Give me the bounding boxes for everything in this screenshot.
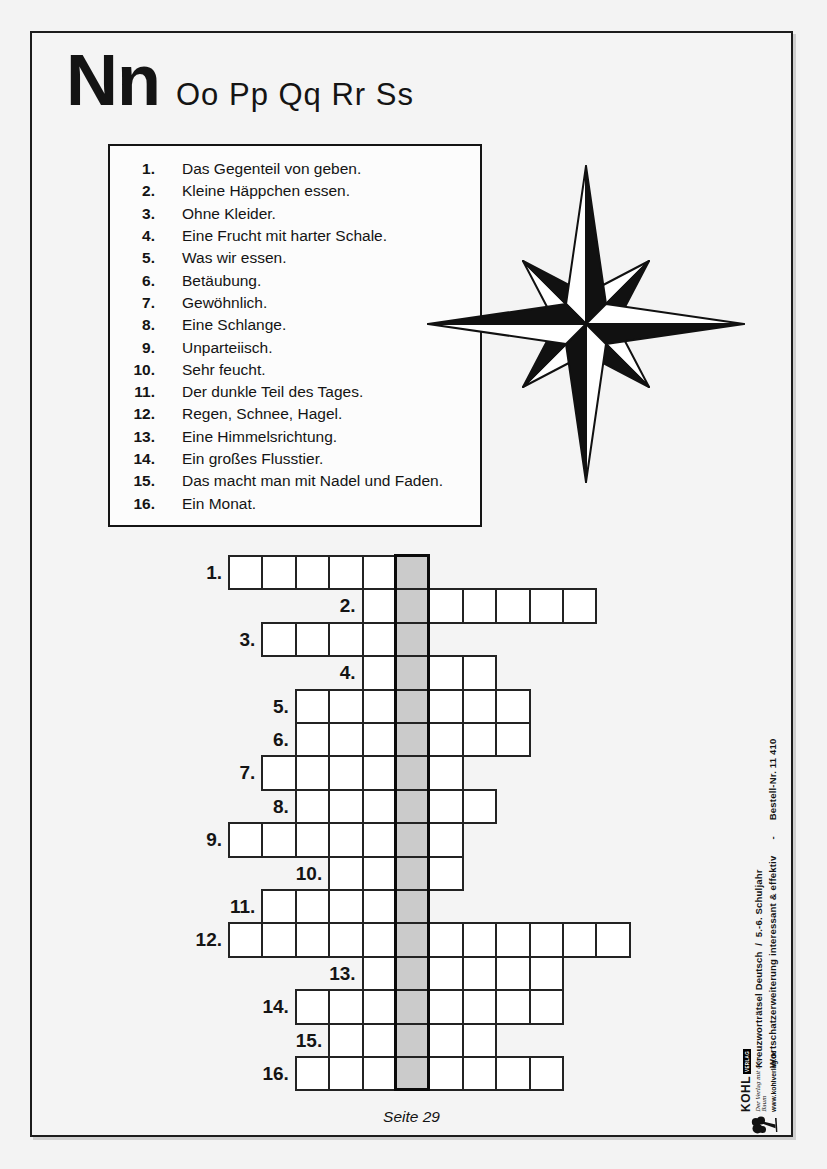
row-number-label: 3. bbox=[215, 622, 255, 657]
clue-text: Ein großes Flusstier. bbox=[182, 450, 323, 468]
answer-cell bbox=[462, 1056, 497, 1091]
row-number-label: 2. bbox=[316, 588, 356, 623]
publisher-name: KOHL VERLAG bbox=[740, 1049, 754, 1112]
answer-cell bbox=[362, 1023, 397, 1058]
answer-cell bbox=[495, 722, 530, 757]
answer-cell bbox=[295, 922, 330, 957]
solution-cell bbox=[395, 622, 430, 657]
clue-number: 9. bbox=[110, 339, 155, 357]
answer-cell bbox=[328, 755, 363, 790]
row-number-label: 11. bbox=[215, 889, 255, 924]
row-number-label: 7. bbox=[215, 755, 255, 790]
clue-number: 16. bbox=[110, 495, 155, 513]
answer-cell bbox=[328, 689, 363, 724]
page-subtitle: Oo Pp Qq Rr Ss bbox=[176, 79, 414, 110]
answer-cell bbox=[362, 689, 397, 724]
answer-cell bbox=[328, 1056, 363, 1091]
answer-cell bbox=[362, 655, 397, 690]
answer-cell bbox=[529, 922, 564, 957]
answer-cell bbox=[462, 1023, 497, 1058]
solution-cell bbox=[395, 822, 430, 857]
imprint-line-1: Kreuzworträtsel Deutsch / 5.-6. Schuljah… bbox=[752, 732, 766, 1068]
clue-item: 16.Ein Monat. bbox=[110, 492, 476, 514]
answer-cell bbox=[462, 956, 497, 991]
solution-cell bbox=[395, 689, 430, 724]
row-number-label: 12. bbox=[182, 922, 222, 957]
answer-cell bbox=[562, 922, 597, 957]
answer-cell bbox=[595, 922, 630, 957]
answer-cell bbox=[328, 989, 363, 1024]
answer-cell bbox=[362, 555, 397, 590]
answer-cell bbox=[328, 822, 363, 857]
answer-cell bbox=[295, 622, 330, 657]
answer-cell bbox=[428, 822, 463, 857]
solution-cell bbox=[395, 655, 430, 690]
answer-cell bbox=[295, 722, 330, 757]
publisher-name-verlag: VERLAG bbox=[743, 1049, 751, 1074]
answer-cell bbox=[295, 1056, 330, 1091]
answer-cell bbox=[362, 856, 397, 891]
solution-cell bbox=[395, 722, 430, 757]
answer-cell bbox=[295, 822, 330, 857]
tree-icon bbox=[751, 1115, 778, 1135]
answer-cell bbox=[362, 755, 397, 790]
answer-cell bbox=[428, 789, 463, 824]
answer-cell bbox=[328, 555, 363, 590]
answer-cell bbox=[328, 922, 363, 957]
answer-cell bbox=[462, 989, 497, 1024]
answer-cell bbox=[428, 1056, 463, 1091]
answer-cell bbox=[529, 588, 564, 623]
answer-cell bbox=[529, 956, 564, 991]
row-number-label: 1. bbox=[182, 555, 222, 590]
answer-cell bbox=[428, 956, 463, 991]
answer-cell bbox=[362, 1056, 397, 1091]
solution-cell bbox=[395, 956, 430, 991]
publisher-website: www.kohlverlag.de bbox=[770, 1049, 778, 1112]
solution-cell bbox=[395, 789, 430, 824]
solution-cell bbox=[395, 588, 430, 623]
answer-cell bbox=[495, 922, 530, 957]
worksheet-page: Nn Oo Pp Qq Rr Ss 1.Das Gegenteil von ge… bbox=[0, 0, 827, 1169]
answer-cell bbox=[328, 856, 363, 891]
answer-cell bbox=[362, 922, 397, 957]
clue-number: 8. bbox=[110, 316, 155, 334]
row-number-label: 9. bbox=[182, 822, 222, 857]
clue-text: Kleine Häppchen essen. bbox=[182, 182, 350, 200]
answer-cell bbox=[295, 789, 330, 824]
clue-number: 12. bbox=[110, 405, 155, 423]
clue-number: 13. bbox=[110, 428, 155, 446]
clue-text: Eine Frucht mit harter Schale. bbox=[182, 227, 387, 245]
answer-cell bbox=[295, 889, 330, 924]
crossword-grid: 1.2.3.4.5.6.7.8.9.10.11.12.13.14.15.16. bbox=[228, 555, 630, 1090]
solution-cell bbox=[395, 889, 430, 924]
answer-cell bbox=[362, 622, 397, 657]
clue-text: Unparteiisch. bbox=[182, 339, 272, 357]
answer-cell bbox=[428, 755, 463, 790]
row-number-label: 13. bbox=[316, 956, 356, 991]
clue-text: Was wir essen. bbox=[182, 249, 287, 267]
clue-number: 6. bbox=[110, 272, 155, 290]
answer-cell bbox=[428, 989, 463, 1024]
sidebar-imprint: Kreuzworträtsel Deutsch / 5.-6. Schuljah… bbox=[752, 732, 785, 1068]
clue-number: 7. bbox=[110, 294, 155, 312]
imprint-order-number: Bestell-Nr. 11 410 bbox=[766, 738, 780, 820]
clue-text: Eine Himmelsrichtung. bbox=[182, 428, 337, 446]
row-number-label: 10. bbox=[282, 856, 322, 891]
clue-text: Das macht man mit Nadel und Faden. bbox=[182, 472, 443, 490]
answer-cell bbox=[428, 655, 463, 690]
clue-text: Der dunkle Teil des Tages. bbox=[182, 383, 363, 401]
row-number-label: 5. bbox=[249, 689, 289, 724]
answer-cell bbox=[228, 555, 263, 590]
solution-cell bbox=[395, 922, 430, 957]
solution-cell bbox=[395, 989, 430, 1024]
clue-text: Das Gegenteil von geben. bbox=[182, 160, 361, 178]
clue-number: 14. bbox=[110, 450, 155, 468]
answer-cell bbox=[261, 822, 296, 857]
answer-cell bbox=[328, 722, 363, 757]
answer-cell bbox=[462, 655, 497, 690]
compass-rose-icon bbox=[416, 154, 756, 494]
answer-cell bbox=[295, 555, 330, 590]
clue-number: 2. bbox=[110, 182, 155, 200]
row-number-label: 6. bbox=[249, 722, 289, 757]
clue-number: 1. bbox=[110, 160, 155, 178]
answer-cell bbox=[261, 755, 296, 790]
solution-cell bbox=[395, 1023, 430, 1058]
answer-cell bbox=[462, 922, 497, 957]
imprint-line-2: Wortschatzerweiterung interessant & effe… bbox=[766, 732, 780, 1068]
answer-cell bbox=[428, 922, 463, 957]
answer-cell bbox=[428, 722, 463, 757]
answer-cell bbox=[228, 822, 263, 857]
answer-cell bbox=[529, 1056, 564, 1091]
answer-cell bbox=[462, 722, 497, 757]
answer-cell bbox=[328, 1023, 363, 1058]
answer-cell bbox=[495, 956, 530, 991]
answer-cell bbox=[428, 588, 463, 623]
answer-cell bbox=[428, 1023, 463, 1058]
answer-cell bbox=[261, 555, 296, 590]
publisher-slogan: Der Verlag mit dem Baum bbox=[755, 1049, 768, 1112]
answer-cell bbox=[362, 789, 397, 824]
clue-text: Gewöhnlich. bbox=[182, 294, 267, 312]
clue-text: Ohne Kleider. bbox=[182, 205, 276, 223]
solution-cell bbox=[395, 555, 430, 590]
answer-cell bbox=[495, 1056, 530, 1091]
clue-number: 11. bbox=[110, 383, 155, 401]
page-title: Nn bbox=[66, 44, 160, 116]
answer-cell bbox=[295, 689, 330, 724]
clue-number: 15. bbox=[110, 472, 155, 490]
row-number-label: 15. bbox=[282, 1023, 322, 1058]
publisher-name-kohl: KOHL bbox=[740, 1076, 754, 1112]
publisher-logo: KOHL VERLAG Der Verlag mit dem Baum www.… bbox=[731, 1061, 787, 1135]
answer-cell bbox=[328, 622, 363, 657]
answer-cell bbox=[362, 588, 397, 623]
answer-cell bbox=[462, 789, 497, 824]
answer-cell bbox=[261, 922, 296, 957]
page-number: Seite 29 bbox=[30, 1108, 793, 1126]
solution-cell bbox=[395, 1056, 430, 1091]
clue-number: 3. bbox=[110, 205, 155, 223]
answer-cell bbox=[495, 588, 530, 623]
clue-number: 5. bbox=[110, 249, 155, 267]
row-number-label: 8. bbox=[249, 789, 289, 824]
answer-cell bbox=[562, 588, 597, 623]
clue-text: Ein Monat. bbox=[182, 495, 256, 513]
row-number-label: 4. bbox=[316, 655, 356, 690]
clue-number: 10. bbox=[110, 361, 155, 379]
answer-cell bbox=[428, 856, 463, 891]
answer-cell bbox=[362, 722, 397, 757]
answer-cell bbox=[495, 989, 530, 1024]
imprint-series: Wortschatzerweiterung interessant & effe… bbox=[766, 856, 780, 1068]
answer-cell bbox=[462, 689, 497, 724]
answer-cell bbox=[362, 956, 397, 991]
answer-cell bbox=[328, 789, 363, 824]
page-header: Nn Oo Pp Qq Rr Ss bbox=[66, 44, 414, 116]
answer-cell bbox=[362, 889, 397, 924]
clue-text: Sehr feucht. bbox=[182, 361, 266, 379]
answer-cell bbox=[495, 689, 530, 724]
clue-text: Betäubung. bbox=[182, 272, 261, 290]
solution-cell bbox=[395, 856, 430, 891]
answer-cell bbox=[295, 755, 330, 790]
imprint-separator: - bbox=[766, 836, 780, 839]
clue-text: Eine Schlange. bbox=[182, 316, 286, 334]
row-number-label: 16. bbox=[249, 1056, 289, 1091]
solution-cell bbox=[395, 755, 430, 790]
answer-cell bbox=[328, 889, 363, 924]
clue-number: 4. bbox=[110, 227, 155, 245]
answer-cell bbox=[362, 989, 397, 1024]
answer-cell bbox=[228, 922, 263, 957]
row-number-label: 14. bbox=[249, 989, 289, 1024]
answer-cell bbox=[428, 689, 463, 724]
publisher-logo-text: KOHL VERLAG Der Verlag mit dem Baum www.… bbox=[740, 1049, 777, 1112]
answer-cell bbox=[362, 822, 397, 857]
answer-cell bbox=[462, 588, 497, 623]
answer-cell bbox=[261, 622, 296, 657]
answer-cell bbox=[295, 989, 330, 1024]
answer-cell bbox=[529, 989, 564, 1024]
answer-cell bbox=[261, 889, 296, 924]
clue-text: Regen, Schnee, Hagel. bbox=[182, 405, 342, 423]
